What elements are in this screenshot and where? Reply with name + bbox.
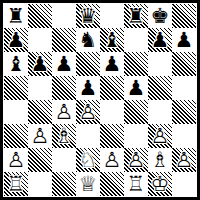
square-f3[interactable]	[124, 124, 148, 148]
board-frame: ♜♛♜♚♟♞♝♟♟♝♟♟♟♟♟♟♙♟♙♟♙♝♗♟♙♟♙♞♘♟♙♟♙♝♗♟♙♜♖♛…	[0, 0, 200, 200]
square-c4[interactable]: ♟♙	[52, 100, 76, 124]
square-a6[interactable]: ♝	[4, 52, 28, 76]
chess-board: ♜♛♜♚♟♞♝♟♟♝♟♟♟♟♟♟♙♟♙♟♙♝♗♟♙♟♙♞♘♟♙♟♙♝♗♟♙♜♖♛…	[4, 4, 196, 196]
square-g3[interactable]: ♟♙	[148, 124, 172, 148]
black-pawn-piece: ♟	[100, 52, 124, 76]
square-g7[interactable]: ♟	[148, 28, 172, 52]
square-c1[interactable]	[52, 172, 76, 196]
square-b1[interactable]	[28, 172, 52, 196]
square-g1[interactable]: ♚♔	[148, 172, 172, 196]
black-pawn-piece: ♟	[52, 52, 76, 76]
square-b4[interactable]	[28, 100, 52, 124]
square-c8[interactable]	[52, 4, 76, 28]
square-f2[interactable]: ♟♙	[124, 148, 148, 172]
square-d5[interactable]: ♟	[76, 76, 100, 100]
square-d1[interactable]: ♛♕	[76, 172, 100, 196]
black-pawn-piece: ♟	[4, 28, 28, 52]
black-bishop-piece: ♝	[4, 52, 28, 76]
square-h8[interactable]	[172, 4, 196, 28]
square-c7[interactable]	[52, 28, 76, 52]
square-e8[interactable]	[100, 4, 124, 28]
square-h1[interactable]	[172, 172, 196, 196]
square-f4[interactable]	[124, 100, 148, 124]
white-pawn-piece: ♙	[100, 148, 124, 172]
black-pawn-piece: ♟	[148, 28, 172, 52]
square-h5[interactable]	[172, 76, 196, 100]
white-pawn-piece: ♙	[124, 148, 148, 172]
square-b6[interactable]: ♟	[28, 52, 52, 76]
square-g4[interactable]	[148, 100, 172, 124]
square-b8[interactable]	[28, 4, 52, 28]
square-e1[interactable]	[100, 172, 124, 196]
black-rook-piece: ♜	[124, 4, 148, 28]
square-a3[interactable]	[4, 124, 28, 148]
square-g8[interactable]: ♚	[148, 4, 172, 28]
square-a5[interactable]	[4, 76, 28, 100]
white-bishop-piece: ♗	[52, 124, 76, 148]
square-h4[interactable]	[172, 100, 196, 124]
black-pawn-piece: ♟	[28, 52, 52, 76]
black-pawn-piece: ♟	[172, 28, 196, 52]
square-d4[interactable]: ♟♙	[76, 100, 100, 124]
square-a7[interactable]: ♟	[4, 28, 28, 52]
white-queen-piece: ♕	[76, 172, 100, 196]
black-knight-piece: ♞	[76, 28, 100, 52]
white-pawn-piece: ♙	[52, 100, 76, 124]
square-b3[interactable]: ♟♙	[28, 124, 52, 148]
white-rook-piece: ♖	[124, 172, 148, 196]
square-f7[interactable]	[124, 28, 148, 52]
square-f1[interactable]: ♜♖	[124, 172, 148, 196]
square-h2[interactable]: ♟♙	[172, 148, 196, 172]
square-f5[interactable]: ♟	[124, 76, 148, 100]
square-f6[interactable]	[124, 52, 148, 76]
square-d3[interactable]	[76, 124, 100, 148]
square-e7[interactable]: ♝	[100, 28, 124, 52]
square-b2[interactable]	[28, 148, 52, 172]
square-d8[interactable]: ♛	[76, 4, 100, 28]
square-h6[interactable]	[172, 52, 196, 76]
white-pawn-piece: ♙	[4, 148, 28, 172]
square-d7[interactable]: ♞	[76, 28, 100, 52]
white-knight-piece: ♘	[76, 148, 100, 172]
white-pawn-piece: ♙	[28, 124, 52, 148]
black-pawn-piece: ♟	[76, 76, 100, 100]
square-g2[interactable]: ♝♗	[148, 148, 172, 172]
black-pawn-piece: ♟	[124, 76, 148, 100]
square-c3[interactable]: ♝♗	[52, 124, 76, 148]
square-h3[interactable]	[172, 124, 196, 148]
white-king-piece: ♔	[148, 172, 172, 196]
square-a2[interactable]: ♟♙	[4, 148, 28, 172]
square-e2[interactable]: ♟♙	[100, 148, 124, 172]
white-pawn-piece: ♙	[76, 100, 100, 124]
square-e5[interactable]	[100, 76, 124, 100]
white-bishop-piece: ♗	[148, 148, 172, 172]
square-b7[interactable]	[28, 28, 52, 52]
square-e6[interactable]: ♟	[100, 52, 124, 76]
square-b5[interactable]	[28, 76, 52, 100]
square-e4[interactable]	[100, 100, 124, 124]
black-bishop-piece: ♝	[100, 28, 124, 52]
square-d2[interactable]: ♞♘	[76, 148, 100, 172]
square-a1[interactable]: ♜♖	[4, 172, 28, 196]
white-pawn-piece: ♙	[172, 148, 196, 172]
square-g5[interactable]	[148, 76, 172, 100]
square-c6[interactable]: ♟	[52, 52, 76, 76]
black-king-piece: ♚	[148, 4, 172, 28]
square-d6[interactable]	[76, 52, 100, 76]
square-c2[interactable]	[52, 148, 76, 172]
square-g6[interactable]	[148, 52, 172, 76]
square-e3[interactable]	[100, 124, 124, 148]
white-rook-piece: ♖	[4, 172, 28, 196]
square-f8[interactable]: ♜	[124, 4, 148, 28]
white-pawn-piece: ♙	[148, 124, 172, 148]
square-a8[interactable]: ♜	[4, 4, 28, 28]
black-rook-piece: ♜	[4, 4, 28, 28]
square-h7[interactable]: ♟	[172, 28, 196, 52]
square-c5[interactable]	[52, 76, 76, 100]
square-a4[interactable]	[4, 100, 28, 124]
black-queen-piece: ♛	[76, 4, 100, 28]
